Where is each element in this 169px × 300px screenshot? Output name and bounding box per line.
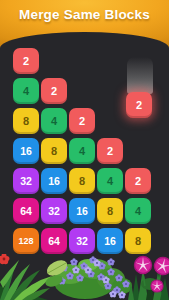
tile-4[interactable]: 4 [13, 78, 39, 104]
tile-2[interactable]: 2 [69, 108, 95, 134]
tile-8[interactable]: 8 [41, 138, 67, 164]
bottom-foliage [0, 254, 169, 300]
tile-16[interactable]: 16 [97, 228, 123, 254]
tile-8[interactable]: 8 [69, 168, 95, 194]
tile-4[interactable]: 4 [41, 108, 67, 134]
tile-128[interactable]: 128 [13, 228, 39, 254]
tile-8[interactable]: 8 [13, 108, 39, 134]
tile-64[interactable]: 64 [41, 228, 67, 254]
tile-4[interactable]: 4 [97, 168, 123, 194]
tile-8[interactable]: 8 [97, 198, 123, 224]
tile-2[interactable]: 2 [41, 78, 67, 104]
game-screen: Merge Same Blocks 2 24284216842321684264… [0, 0, 169, 300]
tile-32[interactable]: 32 [13, 168, 39, 194]
tile-16[interactable]: 16 [13, 138, 39, 164]
tile-32[interactable]: 32 [69, 228, 95, 254]
tile-64[interactable]: 64 [13, 198, 39, 224]
tile-16[interactable]: 16 [41, 168, 67, 194]
tile-4[interactable]: 4 [69, 138, 95, 164]
tile-4[interactable]: 4 [125, 198, 151, 224]
tile-16[interactable]: 16 [69, 198, 95, 224]
tile-2[interactable]: 2 [97, 138, 123, 164]
tile-2[interactable]: 2 [125, 168, 151, 194]
tile-8[interactable]: 8 [125, 228, 151, 254]
tile-32[interactable]: 32 [41, 198, 67, 224]
tile-2[interactable]: 2 [13, 48, 39, 74]
